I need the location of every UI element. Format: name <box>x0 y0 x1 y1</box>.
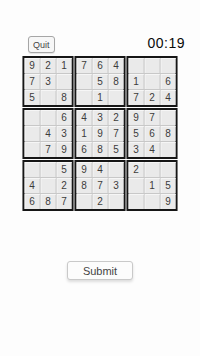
sudoku-cell[interactable] <box>41 162 56 177</box>
sudoku-cell[interactable]: 8 <box>77 178 92 193</box>
sudoku-box: 64379 <box>23 108 74 159</box>
sudoku-cell[interactable]: 3 <box>93 110 108 125</box>
sudoku-cell[interactable] <box>109 162 124 177</box>
sudoku-cell[interactable]: 8 <box>93 142 108 157</box>
sudoku-cell[interactable]: 5 <box>161 178 176 193</box>
submit-button[interactable]: Submit <box>67 261 133 280</box>
sudoku-cell[interactable]: 7 <box>93 178 108 193</box>
sudoku-cell[interactable] <box>161 58 176 73</box>
sudoku-cell[interactable] <box>57 74 72 89</box>
sudoku-cell[interactable]: 5 <box>25 90 40 105</box>
sudoku-cell[interactable]: 2 <box>41 58 56 73</box>
sudoku-cell[interactable]: 4 <box>77 110 92 125</box>
sudoku-cell[interactable]: 9 <box>57 142 72 157</box>
sudoku-cell[interactable] <box>145 74 160 89</box>
sudoku-cell[interactable]: 8 <box>109 74 124 89</box>
sudoku-cell[interactable] <box>25 162 40 177</box>
sudoku-cell[interactable]: 3 <box>129 142 144 157</box>
sudoku-cell[interactable]: 8 <box>161 126 176 141</box>
sudoku-cell[interactable] <box>145 58 160 73</box>
sudoku-cell[interactable] <box>25 126 40 141</box>
sudoku-cell[interactable]: 4 <box>145 142 160 157</box>
sudoku-cell[interactable]: 6 <box>57 110 72 125</box>
sudoku-cell[interactable] <box>129 58 144 73</box>
sudoku-cell[interactable]: 1 <box>77 126 92 141</box>
sudoku-cell[interactable] <box>41 178 56 193</box>
sudoku-box: 16724 <box>127 56 178 107</box>
sudoku-cell[interactable] <box>161 162 176 177</box>
sudoku-cell[interactable]: 3 <box>109 178 124 193</box>
sudoku-cell[interactable]: 3 <box>57 126 72 141</box>
sudoku-cell[interactable] <box>109 90 124 105</box>
sudoku-cell[interactable] <box>77 194 92 209</box>
sudoku-cell[interactable]: 4 <box>41 126 56 141</box>
sudoku-cell[interactable]: 6 <box>93 58 108 73</box>
sudoku-cell[interactable]: 3 <box>41 74 56 89</box>
sudoku-cell[interactable]: 1 <box>57 58 72 73</box>
sudoku-cell[interactable]: 6 <box>145 126 160 141</box>
sudoku-cell[interactable]: 7 <box>25 74 40 89</box>
sudoku-cell[interactable]: 7 <box>77 58 92 73</box>
sudoku-cell[interactable] <box>129 194 144 209</box>
sudoku-cell[interactable]: 2 <box>57 178 72 193</box>
sudoku-box: 2159 <box>127 160 178 211</box>
sudoku-board: 9217358764581167246437943219768597568345… <box>23 56 178 211</box>
sudoku-cell[interactable]: 9 <box>25 58 40 73</box>
sudoku-cell[interactable]: 7 <box>41 142 56 157</box>
sudoku-cell[interactable]: 2 <box>109 110 124 125</box>
sudoku-cell[interactable]: 5 <box>129 126 144 141</box>
sudoku-cell[interactable] <box>145 162 160 177</box>
sudoku-cell[interactable]: 4 <box>109 58 124 73</box>
sudoku-cell[interactable]: 9 <box>93 126 108 141</box>
sudoku-cell[interactable]: 6 <box>77 142 92 157</box>
sudoku-cell[interactable]: 4 <box>25 178 40 193</box>
sudoku-cell[interactable]: 5 <box>93 74 108 89</box>
sudoku-box: 432197685 <box>75 108 126 159</box>
sudoku-cell[interactable]: 9 <box>129 110 144 125</box>
quit-button[interactable]: Quit <box>28 36 55 53</box>
sudoku-cell[interactable]: 9 <box>161 194 176 209</box>
sudoku-cell[interactable]: 9 <box>77 162 92 177</box>
sudoku-box: 9756834 <box>127 108 178 159</box>
sudoku-cell[interactable] <box>25 142 40 157</box>
sudoku-cell[interactable]: 6 <box>161 74 176 89</box>
sudoku-cell[interactable] <box>161 142 176 157</box>
sudoku-cell[interactable] <box>161 110 176 125</box>
sudoku-cell[interactable]: 7 <box>129 90 144 105</box>
sudoku-box: 948732 <box>75 160 126 211</box>
sudoku-box: 764581 <box>75 56 126 107</box>
sudoku-box: 542687 <box>23 160 74 211</box>
sudoku-cell[interactable] <box>25 110 40 125</box>
sudoku-cell[interactable]: 7 <box>109 126 124 141</box>
sudoku-cell[interactable]: 6 <box>25 194 40 209</box>
sudoku-cell[interactable]: 1 <box>129 74 144 89</box>
sudoku-cell[interactable] <box>77 90 92 105</box>
sudoku-cell[interactable] <box>77 74 92 89</box>
sudoku-cell[interactable]: 4 <box>161 90 176 105</box>
sudoku-app-screen: Quit 00:19 92173587645811672464379432197… <box>0 0 200 356</box>
sudoku-cell[interactable]: 1 <box>145 178 160 193</box>
sudoku-cell[interactable]: 2 <box>145 90 160 105</box>
game-timer: 00:19 <box>147 35 185 51</box>
sudoku-cell[interactable] <box>41 110 56 125</box>
sudoku-cell[interactable] <box>129 178 144 193</box>
sudoku-cell[interactable] <box>109 194 124 209</box>
sudoku-box: 9217358 <box>23 56 74 107</box>
sudoku-cell[interactable]: 2 <box>93 194 108 209</box>
sudoku-cell[interactable]: 7 <box>145 110 160 125</box>
sudoku-cell[interactable]: 5 <box>109 142 124 157</box>
sudoku-cell[interactable] <box>145 194 160 209</box>
sudoku-cell[interactable] <box>41 90 56 105</box>
sudoku-cell[interactable]: 4 <box>93 162 108 177</box>
sudoku-cell[interactable]: 2 <box>129 162 144 177</box>
sudoku-cell[interactable]: 8 <box>57 90 72 105</box>
sudoku-cell[interactable]: 7 <box>57 194 72 209</box>
sudoku-cell[interactable]: 1 <box>93 90 108 105</box>
sudoku-cell[interactable]: 8 <box>41 194 56 209</box>
sudoku-cell[interactable]: 5 <box>57 162 72 177</box>
